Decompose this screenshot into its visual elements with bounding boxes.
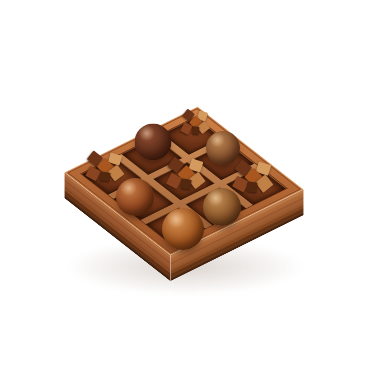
knot-piece-r0c0 bbox=[182, 111, 212, 136]
ball-piece-r1c0 bbox=[135, 124, 172, 161]
ball-piece-r0c1 bbox=[206, 131, 240, 165]
knot-block bbox=[99, 171, 110, 181]
pieces-layer bbox=[0, 0, 370, 370]
knot-block bbox=[247, 181, 258, 192]
knot-block bbox=[180, 178, 191, 189]
knot-piece-r0c2 bbox=[234, 162, 276, 194]
knot-block bbox=[191, 126, 199, 134]
ball-piece-r2c2 bbox=[162, 208, 204, 250]
ball-piece-r2c1 bbox=[116, 178, 154, 216]
knot-piece-r1c1 bbox=[168, 159, 208, 191]
product-photo-scene bbox=[0, 0, 370, 370]
ball-piece-r1c2 bbox=[203, 188, 241, 226]
knot-piece-r2c0 bbox=[87, 153, 127, 183]
